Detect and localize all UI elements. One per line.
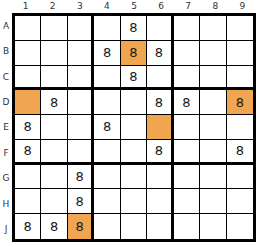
cell-E5[interactable] xyxy=(121,115,147,140)
cell-H4[interactable] xyxy=(94,189,120,214)
cell-A7[interactable] xyxy=(174,16,200,41)
cell-G7[interactable] xyxy=(174,165,200,190)
cell-A2[interactable] xyxy=(41,16,67,41)
cell-H8[interactable] xyxy=(200,189,226,214)
cell-E9[interactable] xyxy=(227,115,253,140)
column-label-1: 1 xyxy=(12,0,39,13)
row-label-F: F xyxy=(0,140,12,165)
cell-E2[interactable] xyxy=(41,115,67,140)
cell-F7[interactable] xyxy=(174,140,200,165)
cell-A4[interactable] xyxy=(94,16,120,41)
cell-D3[interactable] xyxy=(68,90,94,115)
row-label-J: J xyxy=(0,217,12,242)
cell-A6[interactable] xyxy=(147,16,173,41)
row-label-E: E xyxy=(0,115,12,140)
cell-C4[interactable] xyxy=(94,66,120,91)
cell-G5[interactable] xyxy=(121,165,147,190)
row-label-A: A xyxy=(0,13,12,38)
cell-F1[interactable]: 8 xyxy=(15,140,41,165)
cell-G2[interactable] xyxy=(41,165,67,190)
cell-B8[interactable] xyxy=(200,41,226,66)
cell-D9[interactable]: 8 xyxy=(227,90,253,115)
cell-J4[interactable] xyxy=(94,214,120,239)
cell-A1[interactable] xyxy=(15,16,41,41)
cell-J1[interactable]: 8 xyxy=(15,214,41,239)
cell-B5[interactable]: 8 xyxy=(121,41,147,66)
sudoku-board: 8888888888888888888 xyxy=(12,13,256,242)
row-label-G: G xyxy=(0,166,12,191)
cell-F5[interactable] xyxy=(121,140,147,165)
cell-D8[interactable] xyxy=(200,90,226,115)
cell-C6[interactable] xyxy=(147,66,173,91)
cell-G3[interactable]: 8 xyxy=(68,165,94,190)
cell-H3[interactable]: 8 xyxy=(68,189,94,214)
cell-J8[interactable] xyxy=(200,214,226,239)
cell-G8[interactable] xyxy=(200,165,226,190)
cell-B6[interactable]: 8 xyxy=(147,41,173,66)
column-label-7: 7 xyxy=(175,0,202,13)
cell-E6[interactable] xyxy=(147,115,173,140)
cell-B9[interactable] xyxy=(227,41,253,66)
cell-J3[interactable]: 8 xyxy=(68,214,94,239)
cell-B2[interactable] xyxy=(41,41,67,66)
cell-D5[interactable] xyxy=(121,90,147,115)
cell-E4[interactable]: 8 xyxy=(94,115,120,140)
cell-G4[interactable] xyxy=(94,165,120,190)
cell-D4[interactable] xyxy=(94,90,120,115)
cell-B4[interactable]: 8 xyxy=(94,41,120,66)
cell-J5[interactable] xyxy=(121,214,147,239)
cell-F2[interactable] xyxy=(41,140,67,165)
cell-H1[interactable] xyxy=(15,189,41,214)
row-label-H: H xyxy=(0,191,12,216)
cell-B3[interactable] xyxy=(68,41,94,66)
cell-C2[interactable] xyxy=(41,66,67,91)
column-labels: 123456789 xyxy=(12,0,256,13)
cell-H7[interactable] xyxy=(174,189,200,214)
cell-B1[interactable] xyxy=(15,41,41,66)
cell-B7[interactable] xyxy=(174,41,200,66)
cell-D7[interactable]: 8 xyxy=(174,90,200,115)
cell-E7[interactable] xyxy=(174,115,200,140)
cell-D1[interactable] xyxy=(15,90,41,115)
cell-F6[interactable]: 8 xyxy=(147,140,173,165)
column-label-8: 8 xyxy=(202,0,229,13)
row-label-B: B xyxy=(0,38,12,63)
column-label-5: 5 xyxy=(120,0,147,13)
cell-D2[interactable]: 8 xyxy=(41,90,67,115)
cell-C9[interactable] xyxy=(227,66,253,91)
cell-H2[interactable] xyxy=(41,189,67,214)
column-label-2: 2 xyxy=(39,0,66,13)
cell-A3[interactable] xyxy=(68,16,94,41)
cell-F9[interactable]: 8 xyxy=(227,140,253,165)
cell-F4[interactable] xyxy=(94,140,120,165)
cell-F8[interactable] xyxy=(200,140,226,165)
sudoku-diagram: 123456789 ABCDEFGHJ 8888888888888888888 xyxy=(0,0,260,247)
column-label-6: 6 xyxy=(148,0,175,13)
cell-H9[interactable] xyxy=(227,189,253,214)
cell-J9[interactable] xyxy=(227,214,253,239)
cell-C1[interactable] xyxy=(15,66,41,91)
row-labels: ABCDEFGHJ xyxy=(0,13,12,242)
cell-C5[interactable]: 8 xyxy=(121,66,147,91)
cell-A8[interactable] xyxy=(200,16,226,41)
cell-J2[interactable]: 8 xyxy=(41,214,67,239)
cell-H5[interactable] xyxy=(121,189,147,214)
column-label-4: 4 xyxy=(93,0,120,13)
cell-C8[interactable] xyxy=(200,66,226,91)
row-label-C: C xyxy=(0,64,12,89)
cell-A5[interactable]: 8 xyxy=(121,16,147,41)
cell-H6[interactable] xyxy=(147,189,173,214)
cell-G1[interactable] xyxy=(15,165,41,190)
row-label-D: D xyxy=(0,89,12,114)
cell-J6[interactable] xyxy=(147,214,173,239)
cell-G9[interactable] xyxy=(227,165,253,190)
column-label-3: 3 xyxy=(66,0,93,13)
cell-A9[interactable] xyxy=(227,16,253,41)
cell-G6[interactable] xyxy=(147,165,173,190)
cell-E8[interactable] xyxy=(200,115,226,140)
cell-E3[interactable] xyxy=(68,115,94,140)
column-label-9: 9 xyxy=(229,0,256,13)
cell-C7[interactable] xyxy=(174,66,200,91)
cell-E1[interactable]: 8 xyxy=(15,115,41,140)
cell-D6[interactable]: 8 xyxy=(147,90,173,115)
cell-C3[interactable] xyxy=(68,66,94,91)
cell-J7[interactable] xyxy=(174,214,200,239)
cell-F3[interactable] xyxy=(68,140,94,165)
